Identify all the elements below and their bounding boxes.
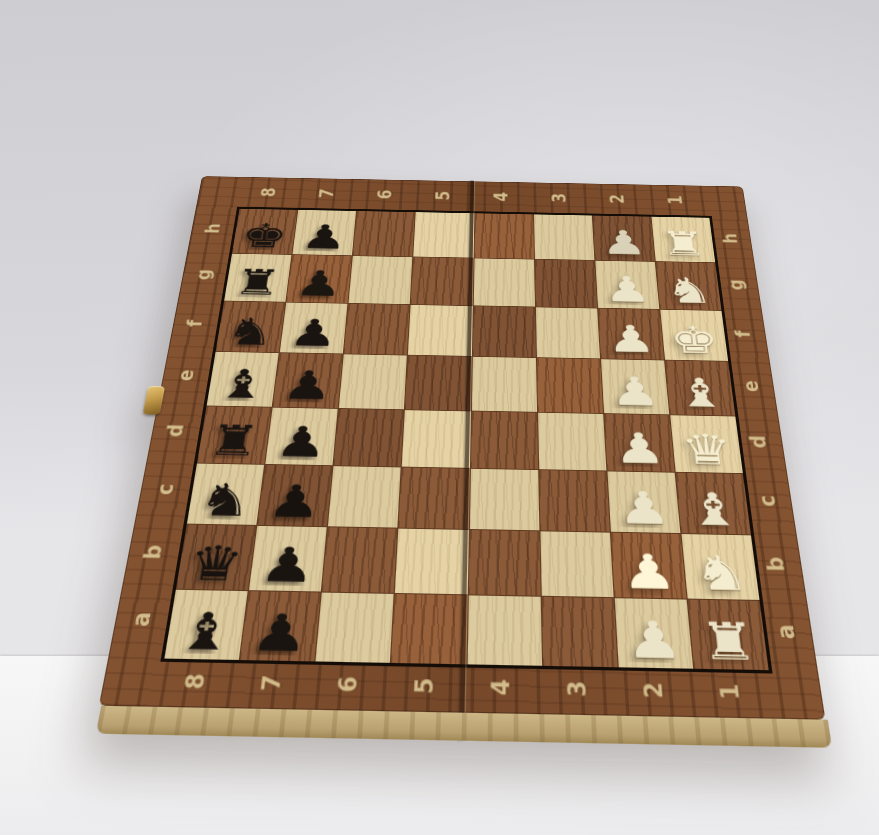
square-c3: [539, 470, 610, 532]
square-b3: [540, 531, 613, 597]
square-g1: ♞: [656, 262, 722, 310]
square-b5: [395, 528, 468, 594]
square-b6: [322, 527, 398, 593]
square-h5: [414, 212, 474, 258]
square-e6: [339, 355, 407, 409]
square-b1: ♞: [681, 534, 759, 600]
file-label: g: [725, 279, 749, 290]
file-label: a: [772, 624, 801, 640]
square-d2: ♟: [604, 414, 675, 472]
rank-label: 6: [334, 676, 363, 693]
black-pawn: ♟: [257, 474, 331, 527]
file-label: h: [201, 223, 224, 234]
square-g6: [349, 256, 413, 304]
black-rook: ♜: [198, 398, 267, 466]
square-h3: [534, 214, 594, 260]
black-pawn: ♟: [286, 262, 351, 304]
square-e5: [405, 356, 471, 410]
white-pawn: ♟: [607, 406, 675, 474]
file-label: c: [754, 495, 781, 507]
square-f6: [344, 304, 410, 355]
rank-label-cell: 5: [413, 180, 472, 211]
square-a3: [541, 597, 617, 668]
square-e2: ♟: [601, 360, 669, 414]
square-e4: [471, 357, 536, 411]
square-g8: ♜: [224, 254, 291, 302]
rank-label-cell: 5: [385, 660, 463, 713]
square-c7: ♟: [258, 465, 333, 527]
square-f4: [472, 306, 535, 357]
square-f2: ♟: [598, 309, 664, 360]
square-e7: ♟: [273, 353, 343, 407]
white-king: ♚: [661, 318, 728, 362]
black-pawn: ♟: [241, 588, 317, 664]
rank-label: 3: [549, 193, 570, 203]
square-a6: [316, 592, 394, 662]
square-c2: ♟: [607, 471, 680, 533]
file-label: g: [192, 269, 216, 280]
rank-label: 1: [664, 195, 686, 205]
rank-label: 5: [432, 191, 453, 201]
white-bishop: ♝: [670, 352, 736, 418]
black-queen: ♛: [176, 534, 255, 591]
square-h2: ♟: [593, 216, 655, 262]
rank-label-cell: 6: [354, 179, 414, 210]
white-pawn: ♟: [593, 222, 655, 262]
white-knight: ♞: [682, 544, 759, 601]
black-pawn: ♟: [266, 399, 335, 467]
rank-label: 8: [257, 187, 280, 197]
square-f5: [408, 305, 472, 356]
rank-label-cell: 2: [587, 184, 647, 215]
black-knight: ♞: [188, 457, 259, 528]
square-c1: ♝: [676, 472, 751, 534]
square-a1: ♜: [688, 599, 769, 670]
rank-label-cell: 1: [689, 665, 771, 718]
rank-label-cell: 1: [645, 185, 706, 216]
rank-label-cell: 7: [230, 657, 312, 710]
file-label: a: [127, 612, 157, 627]
black-pawn: ♟: [273, 344, 340, 410]
square-b4: [468, 530, 540, 596]
chess-board: 87654321 87654321 hgfedcba hgfedcba ♚♟♟♜…: [99, 176, 826, 719]
rank-label-cell: 3: [539, 662, 617, 715]
square-g5: [411, 257, 473, 305]
square-b2: ♟: [611, 532, 687, 598]
rank-label: 2: [639, 682, 668, 699]
square-h6: [353, 211, 415, 257]
square-d6: [334, 408, 404, 466]
file-label: b: [139, 544, 168, 559]
rank-label: 3: [563, 680, 591, 697]
square-d1: ♛: [670, 415, 743, 473]
rank-label: 7: [316, 188, 338, 198]
square-g3: [535, 260, 597, 308]
square-g7: ♟: [286, 255, 352, 303]
square-b8: ♛: [176, 524, 256, 590]
black-bishop: ♝: [207, 343, 274, 409]
rank-label: 4: [487, 679, 515, 696]
rank-label-cell: 4: [462, 661, 539, 714]
white-pawn: ♟: [611, 542, 686, 599]
square-d3: [538, 412, 606, 470]
file-label: b: [762, 556, 790, 571]
square-a7: ♟: [240, 591, 321, 661]
square-c8: ♞: [187, 463, 264, 524]
file-label: f: [732, 330, 756, 337]
rank-label: 4: [491, 192, 512, 202]
rank-label-cell: 8: [237, 177, 300, 208]
rank-label-cell: 6: [307, 658, 387, 711]
rank-label: 2: [606, 194, 628, 204]
square-e1: ♝: [665, 361, 735, 415]
rank-label: 1: [715, 683, 745, 700]
white-rook: ♜: [652, 224, 715, 264]
file-label: f: [183, 320, 207, 327]
square-f3: [536, 308, 600, 359]
white-bishop: ♝: [681, 466, 751, 537]
square-d8: ♜: [197, 406, 272, 464]
white-pawn: ♟: [618, 595, 693, 671]
photo-scene: 87654321 87654321 hgfedcba hgfedcba ♚♟♟♜…: [0, 0, 879, 835]
file-label: h: [718, 233, 741, 244]
square-h1: ♜: [651, 217, 715, 263]
board-tilt-wrapper: 87654321 87654321 hgfedcba hgfedcba ♚♟♟♜…: [99, 176, 826, 719]
file-label: c: [152, 483, 179, 495]
square-d4: [470, 411, 537, 469]
square-g2: ♟: [595, 261, 659, 309]
white-queen: ♛: [671, 424, 743, 474]
square-h8: ♚: [232, 209, 297, 254]
square-d7: ♟: [265, 407, 338, 465]
file-label: d: [163, 424, 190, 437]
file-label: d: [746, 435, 772, 449]
rank-label-cell: 4: [472, 181, 531, 212]
white-pawn: ♟: [603, 351, 669, 417]
rank-label-cell: 7: [296, 178, 357, 209]
file-label: e: [738, 380, 763, 392]
rank-label-cell: 2: [614, 664, 694, 717]
square-a5: [391, 594, 467, 665]
white-pawn: ♟: [610, 465, 680, 536]
rank-label-cell: 3: [530, 182, 589, 213]
file-label: e: [173, 369, 199, 381]
square-b7: ♟: [249, 526, 327, 592]
white-rook: ♜: [693, 597, 768, 673]
square-e8: ♝: [207, 352, 279, 406]
square-c6: [328, 466, 401, 528]
square-f8: ♞: [216, 302, 286, 353]
square-a2: ♟: [614, 598, 693, 669]
square-g4: [473, 258, 534, 306]
rank-label-cell: 8: [153, 655, 237, 708]
square-c4: [469, 468, 539, 530]
rank-label: 6: [374, 190, 396, 200]
square-e3: [537, 358, 603, 412]
square-f1: ♚: [660, 310, 728, 361]
rank-label: 8: [180, 673, 210, 690]
square-h7: ♟: [293, 210, 357, 256]
square-f7: ♟: [280, 303, 348, 354]
square-c5: [399, 467, 470, 529]
rank-label: 7: [257, 674, 287, 691]
square-a8: ♝: [164, 590, 248, 660]
black-pawn: ♟: [250, 521, 323, 594]
rank-label: 5: [410, 677, 438, 694]
square-h4: [474, 213, 534, 259]
square-a4: [467, 595, 542, 666]
square-d5: [402, 410, 470, 468]
black-bishop: ♝: [165, 586, 241, 662]
